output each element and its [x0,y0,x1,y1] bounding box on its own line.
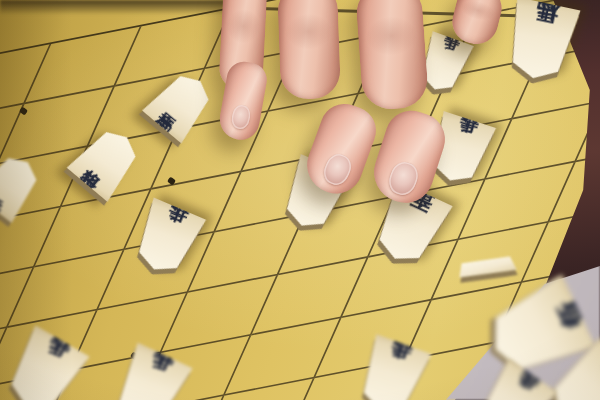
middle-finger-tip [299,97,382,201]
middle-finger-upper [277,0,341,100]
ring-finger-upper [355,0,430,111]
player-hand [0,0,600,400]
pinky-finger-tip [448,0,507,49]
shogi-photo-scene: 竜馬 銀将 歩兵 歩兵 竜王 桂馬 歩兵 歩兵 歩兵 歩兵 歩兵 歩兵 角行 金… [0,0,600,400]
ring-finger-tip [366,104,451,210]
